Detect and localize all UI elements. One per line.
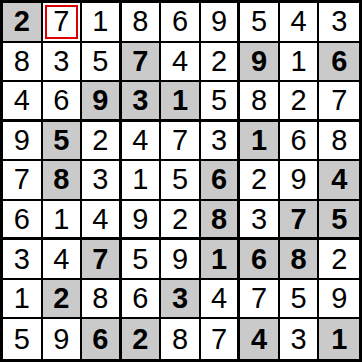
- digit-r8c3: 8: [92, 284, 108, 313]
- digit-r4c5: 7: [172, 126, 188, 155]
- cell-r1c5[interactable]: 6: [161, 3, 201, 43]
- cell-r9c9[interactable]: 1: [319, 319, 359, 359]
- cell-r1c1[interactable]: 2: [3, 3, 43, 43]
- digit-r3c6: 5: [211, 86, 227, 115]
- digit-r7c3: 7: [92, 245, 108, 274]
- cell-r3c2[interactable]: 6: [43, 82, 83, 122]
- cell-r3c9[interactable]: 7: [319, 82, 359, 122]
- cell-r4c1[interactable]: 9: [3, 122, 43, 162]
- digit-r7c6: 1: [211, 245, 227, 274]
- digit-r3c2: 6: [53, 86, 69, 115]
- cell-r3c6[interactable]: 5: [201, 82, 241, 122]
- digit-r6c5: 2: [172, 205, 188, 234]
- digit-r1c7: 5: [251, 7, 267, 36]
- digit-r5c4: 1: [132, 165, 148, 194]
- digit-r9c6: 7: [211, 325, 227, 354]
- digit-r4c1: 9: [14, 126, 30, 155]
- digit-r6c3: 4: [92, 205, 108, 234]
- cell-r9c3[interactable]: 6: [82, 319, 122, 359]
- cell-r9c7[interactable]: 4: [240, 319, 280, 359]
- cell-r5c4[interactable]: 1: [122, 161, 162, 201]
- cell-r7c8[interactable]: 8: [280, 240, 320, 280]
- digit-r4c2: 5: [53, 126, 69, 155]
- cell-r8c3[interactable]: 8: [82, 280, 122, 320]
- digit-r5c1: 7: [14, 165, 30, 194]
- cell-r5c6[interactable]: 6: [201, 161, 241, 201]
- cell-r7c9[interactable]: 2: [319, 240, 359, 280]
- cell-r6c6[interactable]: 8: [201, 201, 241, 241]
- digit-r3c1: 4: [14, 86, 30, 115]
- digit-r9c2: 9: [53, 325, 69, 354]
- cell-r1c3[interactable]: 1: [82, 3, 122, 43]
- digit-r1c4: 8: [132, 7, 148, 36]
- digit-r4c8: 6: [291, 126, 307, 155]
- digit-r7c2: 4: [53, 245, 69, 274]
- cell-r9c8[interactable]: 3: [280, 319, 320, 359]
- cell-r7c4[interactable]: 5: [122, 240, 162, 280]
- digit-r9c1: 5: [14, 325, 30, 354]
- cell-r7c2[interactable]: 4: [43, 240, 83, 280]
- cell-r6c1[interactable]: 6: [3, 201, 43, 241]
- digit-r4c4: 4: [132, 126, 148, 155]
- cell-r4c2[interactable]: 5: [43, 122, 83, 162]
- cell-r1c2[interactable]: 7: [43, 3, 83, 43]
- digit-r6c1: 6: [14, 205, 30, 234]
- digit-r5c3: 3: [92, 165, 108, 194]
- digit-r3c5: 1: [172, 86, 188, 115]
- cell-r2c1[interactable]: 8: [3, 43, 43, 83]
- cell-r2c6[interactable]: 2: [201, 43, 241, 83]
- digit-r7c8: 8: [291, 245, 307, 274]
- cell-r9c6[interactable]: 7: [201, 319, 241, 359]
- cell-r2c7[interactable]: 9: [240, 43, 280, 83]
- digit-r9c5: 8: [172, 325, 188, 354]
- digit-r5c8: 9: [291, 165, 307, 194]
- cell-r5c1[interactable]: 7: [3, 161, 43, 201]
- cell-r1c6[interactable]: 9: [201, 3, 241, 43]
- cell-r8c5[interactable]: 3: [161, 280, 201, 320]
- cell-r8c2[interactable]: 2: [43, 280, 83, 320]
- digit-r9c7: 4: [251, 325, 267, 354]
- digit-r5c9: 4: [331, 165, 347, 194]
- cell-r7c1[interactable]: 3: [3, 240, 43, 280]
- digit-r2c9: 6: [331, 47, 347, 76]
- cell-r2c8[interactable]: 1: [280, 43, 320, 83]
- cell-r1c8[interactable]: 4: [280, 3, 320, 43]
- digit-r6c4: 9: [132, 205, 148, 234]
- digit-r2c4: 7: [132, 47, 148, 76]
- digit-r4c9: 8: [331, 126, 347, 155]
- digit-r1c5: 6: [172, 7, 188, 36]
- cell-r4c8[interactable]: 6: [280, 122, 320, 162]
- cell-r7c5[interactable]: 9: [161, 240, 201, 280]
- digit-r8c2: 2: [53, 284, 69, 313]
- digit-r7c1: 3: [14, 245, 30, 274]
- digit-r8c4: 6: [132, 284, 148, 313]
- digit-r8c8: 5: [291, 284, 307, 313]
- cell-r5c8[interactable]: 9: [280, 161, 320, 201]
- digit-r5c7: 2: [251, 165, 267, 194]
- cell-r4c3[interactable]: 2: [82, 122, 122, 162]
- digit-r8c6: 4: [211, 284, 227, 313]
- digit-r8c9: 9: [331, 284, 347, 313]
- digit-r6c9: 5: [331, 205, 347, 234]
- cell-r6c3[interactable]: 4: [82, 201, 122, 241]
- cell-r5c7[interactable]: 2: [240, 161, 280, 201]
- digit-r3c8: 2: [291, 86, 307, 115]
- digit-r2c1: 8: [14, 47, 30, 76]
- digit-r9c4: 2: [132, 325, 148, 354]
- cell-r1c4[interactable]: 8: [122, 3, 162, 43]
- cell-r3c1[interactable]: 4: [3, 82, 43, 122]
- cell-r1c9[interactable]: 3: [319, 3, 359, 43]
- cell-r6c7[interactable]: 3: [240, 201, 280, 241]
- cell-r6c2[interactable]: 1: [43, 201, 83, 241]
- digit-r1c1: 2: [14, 7, 30, 36]
- digit-r1c6: 9: [211, 7, 227, 36]
- cell-r2c4[interactable]: 7: [122, 43, 162, 83]
- cell-r3c3[interactable]: 9: [82, 82, 122, 122]
- cell-r2c2[interactable]: 3: [43, 43, 83, 83]
- digit-r2c6: 2: [211, 47, 227, 76]
- digit-r1c2: 7: [53, 7, 69, 36]
- cell-r3c7[interactable]: 8: [240, 82, 280, 122]
- digit-r9c8: 3: [291, 325, 307, 354]
- digit-r4c6: 3: [211, 126, 227, 155]
- digit-r5c5: 5: [172, 165, 188, 194]
- digit-r3c7: 8: [251, 86, 267, 115]
- cell-r7c6[interactable]: 1: [201, 240, 241, 280]
- digit-r7c7: 6: [251, 245, 267, 274]
- cell-r3c4[interactable]: 3: [122, 82, 162, 122]
- digit-r9c9: 1: [331, 325, 347, 354]
- cell-r6c4[interactable]: 9: [122, 201, 162, 241]
- cell-r8c7[interactable]: 7: [240, 280, 280, 320]
- digit-r6c7: 3: [251, 205, 267, 234]
- cell-r8c1[interactable]: 1: [3, 280, 43, 320]
- digit-r6c8: 7: [291, 205, 307, 234]
- cell-r5c5[interactable]: 5: [161, 161, 201, 201]
- digit-r8c1: 1: [14, 284, 30, 313]
- digit-r7c4: 5: [132, 245, 148, 274]
- digit-r3c9: 7: [331, 86, 347, 115]
- cell-r4c4[interactable]: 4: [122, 122, 162, 162]
- digit-r6c6: 8: [211, 205, 227, 234]
- sudoku-board: 2718695438357429164693158279524731687831…: [0, 0, 362, 362]
- cell-r3c5[interactable]: 1: [161, 82, 201, 122]
- digit-r1c8: 4: [291, 7, 307, 36]
- cell-r9c5[interactable]: 8: [161, 319, 201, 359]
- cell-r5c9[interactable]: 4: [319, 161, 359, 201]
- digit-r7c5: 9: [172, 245, 188, 274]
- digit-r2c7: 9: [251, 47, 267, 76]
- digit-r3c3: 9: [92, 86, 108, 115]
- digit-r2c2: 3: [53, 47, 69, 76]
- cell-r6c9[interactable]: 5: [319, 201, 359, 241]
- digit-r4c3: 2: [92, 126, 108, 155]
- cell-r4c5[interactable]: 7: [161, 122, 201, 162]
- digit-r2c3: 5: [92, 47, 108, 76]
- digit-r5c6: 6: [211, 165, 227, 194]
- digit-r2c5: 4: [172, 47, 188, 76]
- cell-r8c6[interactable]: 4: [201, 280, 241, 320]
- digit-r4c7: 1: [251, 126, 267, 155]
- digit-r3c4: 3: [132, 86, 148, 115]
- cell-r2c9[interactable]: 6: [319, 43, 359, 83]
- cell-r8c8[interactable]: 5: [280, 280, 320, 320]
- cell-r4c7[interactable]: 1: [240, 122, 280, 162]
- cell-r6c8[interactable]: 7: [280, 201, 320, 241]
- digit-r7c9: 2: [331, 245, 347, 274]
- digit-r8c5: 3: [172, 284, 188, 313]
- cell-r8c4[interactable]: 6: [122, 280, 162, 320]
- cell-r5c3[interactable]: 3: [82, 161, 122, 201]
- cell-r4c6[interactable]: 3: [201, 122, 241, 162]
- digit-r1c3: 1: [92, 7, 108, 36]
- cell-r3c8[interactable]: 2: [280, 82, 320, 122]
- digit-r6c2: 1: [53, 205, 69, 234]
- cell-r2c5[interactable]: 4: [161, 43, 201, 83]
- cell-r2c3[interactable]: 5: [82, 43, 122, 83]
- cell-r9c1[interactable]: 5: [3, 319, 43, 359]
- digit-r8c7: 7: [251, 284, 267, 313]
- cell-r8c9[interactable]: 9: [319, 280, 359, 320]
- digit-r9c3: 6: [92, 325, 108, 354]
- digit-r2c8: 1: [291, 47, 307, 76]
- cell-r9c4[interactable]: 2: [122, 319, 162, 359]
- cell-r1c7[interactable]: 5: [240, 3, 280, 43]
- cell-r4c9[interactable]: 8: [319, 122, 359, 162]
- digit-r1c9: 3: [331, 7, 347, 36]
- cell-r6c5[interactable]: 2: [161, 201, 201, 241]
- cell-r5c2[interactable]: 8: [43, 161, 83, 201]
- cell-r9c2[interactable]: 9: [43, 319, 83, 359]
- cell-r7c7[interactable]: 6: [240, 240, 280, 280]
- digit-r5c2: 8: [53, 165, 69, 194]
- cell-r7c3[interactable]: 7: [82, 240, 122, 280]
